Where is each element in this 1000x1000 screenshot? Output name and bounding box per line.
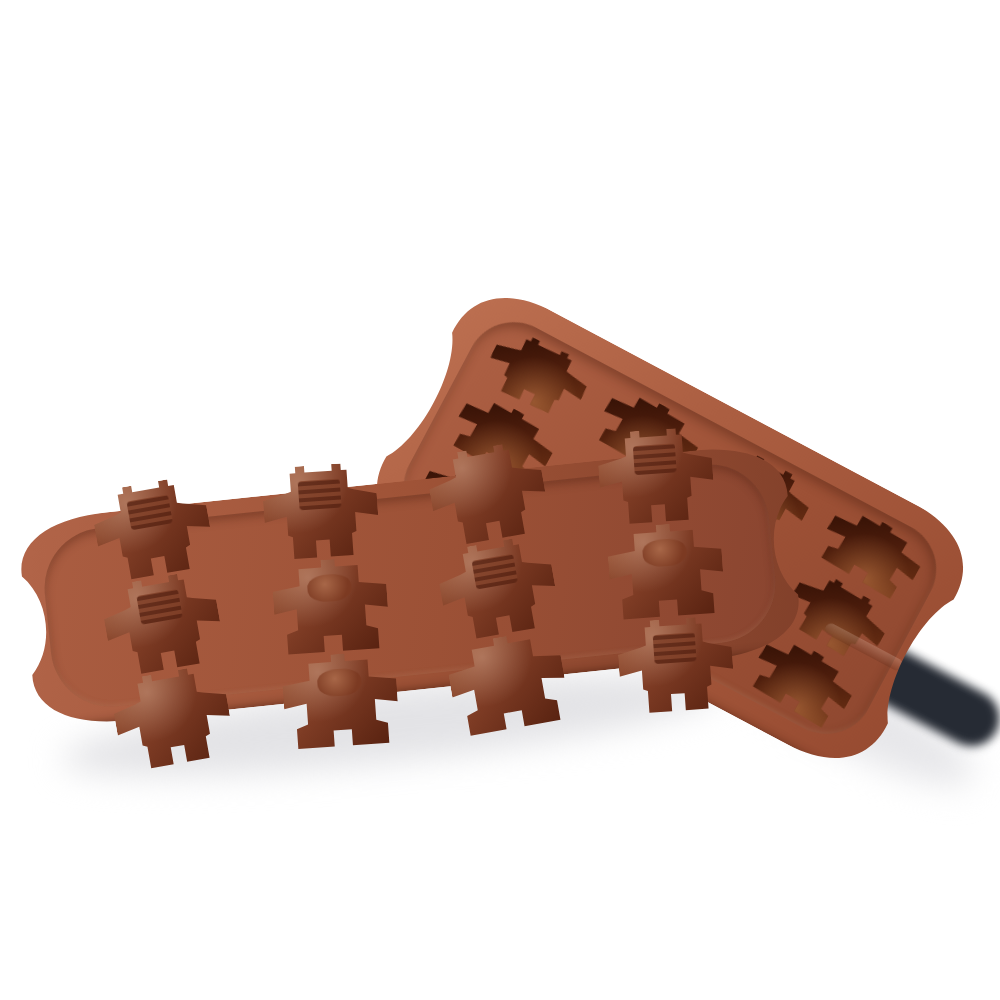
- chocolate-robot: [434, 533, 563, 646]
- chocolate-grid: [64, 421, 758, 721]
- robot-panel-detail: [298, 479, 341, 510]
- chocolate-robot: [424, 438, 553, 551]
- chocolate-robot: [89, 473, 218, 586]
- robot-panel-detail: [127, 495, 172, 530]
- robot-panel-detail: [633, 444, 676, 475]
- robot-panel-detail: [472, 554, 517, 589]
- chocolate-robot: [606, 520, 726, 623]
- chocolate-robot: [260, 461, 380, 564]
- chocolate-robot: [596, 426, 716, 529]
- robot-panel-detail: [653, 633, 696, 664]
- chocolate-display-tray: [11, 438, 809, 733]
- robot-panel-detail: [137, 589, 182, 624]
- robot-face-detail: [642, 538, 687, 568]
- chocolate-robot: [270, 556, 390, 659]
- product-photo: Product photo on a white background: two…: [0, 0, 1000, 1000]
- robot-face-detail: [317, 668, 362, 698]
- robot-face-detail: [307, 573, 352, 603]
- chocolate-robot: [99, 568, 228, 681]
